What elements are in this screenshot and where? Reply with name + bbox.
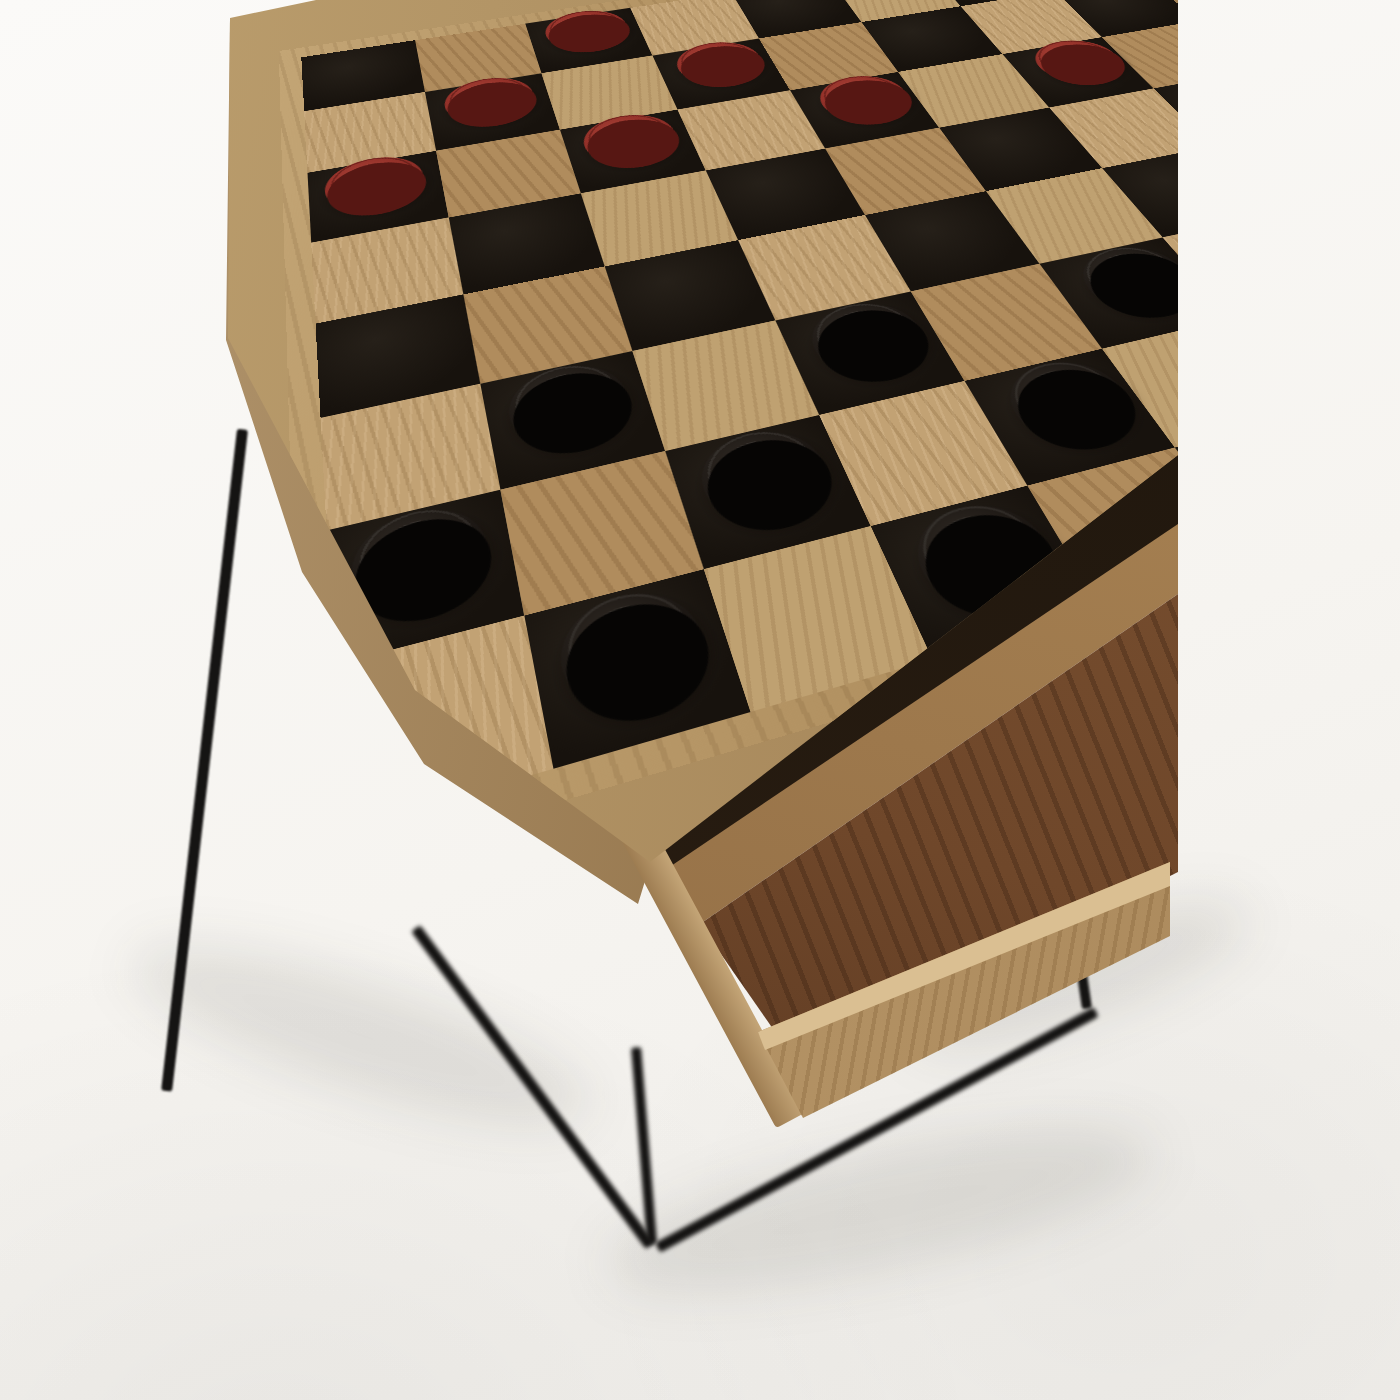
square-r7c5-dark: [1175, 411, 1400, 565]
square-r3c1-dark: [449, 193, 604, 294]
square-r3c7-dark: [1153, 70, 1317, 146]
black-checker: [992, 353, 1147, 453]
square-r5c6-light: [1162, 213, 1356, 318]
black-checker: [690, 421, 842, 533]
square-r4c7-light: [1212, 126, 1390, 213]
square-r6c6-dark: [1232, 289, 1400, 411]
square-r5c7-dark: [1279, 189, 1400, 289]
metal-upright-center: [631, 1047, 657, 1244]
square-r7c6-light: [1314, 377, 1400, 522]
square-r5c5-dark: [1040, 238, 1233, 349]
red-checker: [540, 6, 634, 54]
black-checker: [1207, 417, 1381, 529]
black-checker: [551, 580, 717, 725]
black-checker: [502, 356, 637, 456]
square-r6c7-light: [1356, 261, 1400, 377]
black-checker: [1066, 240, 1208, 320]
product-photo: [0, 0, 1400, 1400]
checkerboard: [301, 0, 1400, 829]
square-r2c1-light: [436, 130, 580, 218]
black-checker: [1262, 292, 1400, 381]
